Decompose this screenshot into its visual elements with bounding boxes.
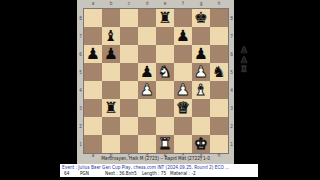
square-d6[interactable] (138, 45, 156, 63)
square-g2[interactable] (192, 117, 210, 135)
square-d3[interactable] (138, 99, 156, 117)
chess-board: ♜♚♝♟♟♟♟♟♞♟♞♟♟♝♜♛♜♚ (84, 9, 228, 153)
square-f8[interactable] (174, 9, 192, 27)
square-b4[interactable] (102, 81, 120, 99)
info-token-1: PGN (80, 171, 89, 176)
square-g8[interactable]: ♚ (192, 9, 210, 27)
rank-label-5: 5 (77, 63, 84, 81)
square-d4[interactable]: ♟ (138, 81, 156, 99)
square-g3[interactable] (192, 99, 210, 117)
square-g6[interactable]: ♟ (192, 45, 210, 63)
rank-label-7: 7 (228, 27, 235, 45)
file-label-c: c (120, 1, 138, 6)
square-c2[interactable] (120, 117, 138, 135)
square-h3[interactable] (210, 99, 228, 117)
tray-black-rook: ♜ (240, 65, 248, 75)
square-d5[interactable]: ♟ (138, 63, 156, 81)
square-d2[interactable] (138, 117, 156, 135)
captured-pieces-tray: ♟♟♜ (237, 46, 251, 75)
square-h7[interactable] (210, 27, 228, 45)
rank-label-6: 6 (228, 45, 235, 63)
square-a7[interactable] (84, 27, 102, 45)
game-info-caption: Event : Julius Baer Gen Cup Play, chess.… (60, 164, 258, 177)
black-rook[interactable]: ♜ (156, 9, 174, 27)
file-label-b: b (102, 1, 120, 6)
square-c7[interactable] (120, 27, 138, 45)
square-b1[interactable] (102, 135, 120, 153)
square-g7[interactable] (192, 27, 210, 45)
square-a1[interactable] (84, 135, 102, 153)
rank-label-8: 8 (228, 9, 235, 27)
white-rook[interactable]: ♜ (156, 135, 174, 153)
square-a4[interactable] (84, 81, 102, 99)
white-pawn[interactable]: ♟ (192, 63, 210, 81)
square-c5[interactable] (120, 63, 138, 81)
square-b7[interactable]: ♝ (102, 27, 120, 45)
rank-label-1: 1 (228, 135, 235, 153)
square-f6[interactable] (174, 45, 192, 63)
square-a3[interactable] (84, 99, 102, 117)
info-line: 64PGNNext : 36.Bxh5Length : 75Material :… (62, 171, 258, 177)
rank-label-2: 2 (77, 117, 84, 135)
square-f3[interactable]: ♛ (174, 99, 192, 117)
black-pawn[interactable]: ♟ (174, 27, 192, 45)
black-pawn[interactable]: ♟ (102, 45, 120, 63)
file-label-f: f (174, 1, 192, 6)
square-c1[interactable] (120, 135, 138, 153)
event-line-text: Event : Julius Baer Gen Cup Play, chess.… (62, 165, 258, 170)
white-queen[interactable]: ♛ (174, 99, 192, 117)
rank-label-4: 4 (77, 81, 84, 99)
square-a2[interactable] (84, 117, 102, 135)
square-b2[interactable] (102, 117, 120, 135)
square-f1[interactable] (174, 135, 192, 153)
square-b8[interactable] (102, 9, 120, 27)
square-a8[interactable] (84, 9, 102, 27)
file-label-g: g (192, 1, 210, 6)
square-e2[interactable] (156, 117, 174, 135)
file-label-d: d (138, 1, 156, 6)
rank-label-8: 8 (77, 9, 84, 27)
square-a6[interactable]: ♟ (84, 45, 102, 63)
rank-label-7: 7 (77, 27, 84, 45)
white-pawn[interactable]: ♟ (174, 81, 192, 99)
rank-label-5: 5 (228, 63, 235, 81)
rank-labels-right: 87654321 (228, 9, 235, 153)
file-label-e: e (156, 1, 174, 6)
square-c4[interactable] (120, 81, 138, 99)
square-c8[interactable] (120, 9, 138, 27)
players-caption: Martirosyan, Haik M (2723) -- Rapid Mat … (77, 156, 234, 164)
square-a5[interactable] (84, 63, 102, 81)
square-h1[interactable] (210, 135, 228, 153)
rank-label-4: 4 (228, 81, 235, 99)
rank-label-1: 1 (77, 135, 84, 153)
square-h8[interactable] (210, 9, 228, 27)
square-h6[interactable] (210, 45, 228, 63)
rank-label-3: 3 (228, 99, 235, 117)
info-token-2: Next : 36.Bxh5 (105, 171, 137, 176)
white-pawn[interactable]: ♟ (138, 81, 156, 99)
black-pawn[interactable]: ♟ (138, 63, 156, 81)
video-frame: abcdefgh 87654321 ♜♚♝♟♟♟♟♟♞♟♞♟♟♝♜♛♜♚ 876… (0, 0, 320, 180)
file-label-a: a (84, 1, 102, 6)
file-labels-top: abcdefgh (84, 1, 228, 7)
square-e6[interactable] (156, 45, 174, 63)
black-rook[interactable]: ♜ (102, 99, 120, 117)
rank-label-3: 3 (77, 99, 84, 117)
file-label-h: h (210, 1, 228, 6)
rank-label-2: 2 (228, 117, 235, 135)
square-c3[interactable] (120, 99, 138, 117)
square-b5[interactable] (102, 63, 120, 81)
square-h5[interactable]: ♞ (210, 63, 228, 81)
white-knight[interactable]: ♞ (156, 63, 174, 81)
white-bishop[interactable]: ♝ (192, 81, 210, 99)
info-token-3: Length : 75 (142, 171, 166, 176)
square-g1[interactable]: ♚ (192, 135, 210, 153)
square-e8[interactable]: ♜ (156, 9, 174, 27)
square-f7[interactable]: ♟ (174, 27, 192, 45)
black-bishop[interactable]: ♝ (102, 27, 120, 45)
square-e3[interactable] (156, 99, 174, 117)
square-d8[interactable] (138, 9, 156, 27)
square-b3[interactable]: ♜ (102, 99, 120, 117)
square-h2[interactable] (210, 117, 228, 135)
board-panel: abcdefgh 87654321 ♜♚♝♟♟♟♟♟♞♟♞♟♟♝♜♛♜♚ 876… (77, 0, 234, 164)
players-caption-text: Martirosyan, Haik M (2723) -- Rapid Mat … (77, 156, 234, 161)
rank-labels-left: 87654321 (77, 9, 84, 153)
black-pawn[interactable]: ♟ (84, 45, 102, 63)
info-token-4: Material : -2 (170, 171, 196, 176)
square-e5[interactable]: ♞ (156, 63, 174, 81)
square-e7[interactable] (156, 27, 174, 45)
square-d1[interactable] (138, 135, 156, 153)
rank-label-6: 6 (77, 45, 84, 63)
info-token-0: 64 (64, 171, 69, 176)
black-pawn[interactable]: ♟ (192, 45, 210, 63)
square-d7[interactable] (138, 27, 156, 45)
square-h4[interactable] (210, 81, 228, 99)
square-g4[interactable]: ♝ (192, 81, 210, 99)
white-king[interactable]: ♚ (192, 135, 210, 153)
black-knight[interactable]: ♞ (210, 63, 228, 81)
square-c6[interactable] (120, 45, 138, 63)
square-g5[interactable]: ♟ (192, 63, 210, 81)
square-b6[interactable]: ♟ (102, 45, 120, 63)
square-e1[interactable]: ♜ (156, 135, 174, 153)
black-king[interactable]: ♚ (192, 9, 210, 27)
square-f2[interactable] (174, 117, 192, 135)
square-e4[interactable] (156, 81, 174, 99)
square-f5[interactable] (174, 63, 192, 81)
square-f4[interactable]: ♟ (174, 81, 192, 99)
